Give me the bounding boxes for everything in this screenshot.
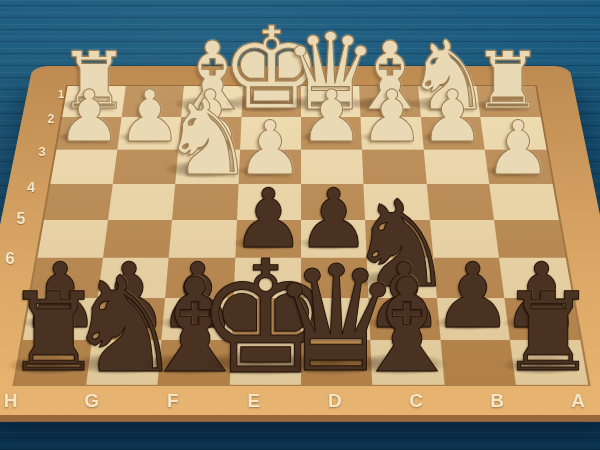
rank-label-2: 2 [48,112,55,126]
chess-app-scene: ♜♝♚♛♝♞♜♟♟♟♟♟♟♞♟♟♟♟♞♟♟♟♟♟♟♜♞♝♚♛♝♜ HGFEDCB… [0,0,600,450]
rank-label-4: 4 [27,179,35,195]
square-h4[interactable] [44,184,113,220]
piece-white-pawn-a3[interactable]: ♟ [485,112,552,187]
rank-label-3: 3 [38,144,45,159]
piece-white-pawn-d2[interactable]: ♟ [299,81,363,153]
piece-black-bishop-c8[interactable]: ♝ [349,261,466,391]
rank-label-6: 6 [5,249,14,269]
piece-white-pawn-h2[interactable]: ♟ [57,81,121,153]
piece-white-pawn-b2[interactable]: ♟ [420,81,484,153]
rank-label-5: 5 [17,210,26,228]
piece-white-pawn-c2[interactable]: ♟ [360,81,424,153]
piece-black-rook-a8[interactable]: ♜ [500,279,597,388]
